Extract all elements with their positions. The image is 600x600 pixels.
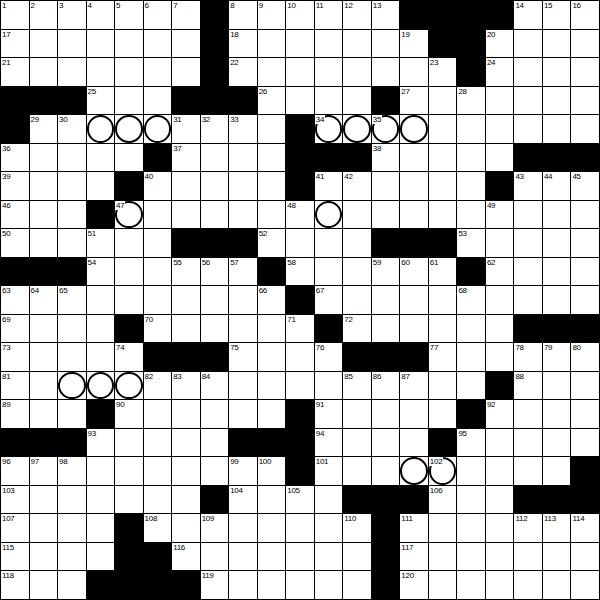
white-cell[interactable] xyxy=(58,543,86,571)
white-cell[interactable] xyxy=(144,258,172,286)
white-cell[interactable]: 102 xyxy=(429,457,457,485)
white-cell[interactable] xyxy=(258,514,286,542)
white-cell[interactable] xyxy=(486,543,514,571)
white-cell[interactable] xyxy=(115,115,143,143)
white-cell[interactable] xyxy=(30,30,58,58)
white-cell[interactable] xyxy=(571,286,599,314)
white-cell[interactable]: 69 xyxy=(1,315,29,343)
white-cell[interactable]: 79 xyxy=(543,343,571,371)
white-cell[interactable] xyxy=(87,543,115,571)
white-cell[interactable] xyxy=(229,571,257,599)
white-cell[interactable] xyxy=(87,286,115,314)
white-cell[interactable]: 61 xyxy=(429,258,457,286)
white-cell[interactable] xyxy=(87,372,115,400)
white-cell[interactable] xyxy=(315,543,343,571)
white-cell[interactable]: 56 xyxy=(201,258,229,286)
white-cell[interactable] xyxy=(543,571,571,599)
white-cell[interactable]: 96 xyxy=(1,457,29,485)
white-cell[interactable] xyxy=(58,201,86,229)
white-cell[interactable]: 112 xyxy=(514,514,542,542)
white-cell[interactable]: 93 xyxy=(87,429,115,457)
white-cell[interactable]: 54 xyxy=(87,258,115,286)
white-cell[interactable]: 48 xyxy=(286,201,314,229)
white-cell[interactable]: 111 xyxy=(400,514,428,542)
white-cell[interactable] xyxy=(115,286,143,314)
white-cell[interactable]: 20 xyxy=(486,30,514,58)
white-cell[interactable] xyxy=(372,286,400,314)
white-cell[interactable] xyxy=(58,172,86,200)
white-cell[interactable] xyxy=(343,58,371,86)
white-cell[interactable] xyxy=(400,315,428,343)
white-cell[interactable]: 84 xyxy=(201,372,229,400)
white-cell[interactable] xyxy=(400,115,428,143)
white-cell[interactable] xyxy=(457,343,485,371)
white-cell[interactable] xyxy=(201,543,229,571)
white-cell[interactable]: 90 xyxy=(115,400,143,428)
white-cell[interactable] xyxy=(30,400,58,428)
white-cell[interactable] xyxy=(429,315,457,343)
white-cell[interactable] xyxy=(172,201,200,229)
white-cell[interactable]: 72 xyxy=(343,315,371,343)
white-cell[interactable] xyxy=(87,58,115,86)
white-cell[interactable]: 5 xyxy=(115,1,143,29)
white-cell[interactable]: 30 xyxy=(58,115,86,143)
white-cell[interactable] xyxy=(457,571,485,599)
white-cell[interactable]: 109 xyxy=(201,514,229,542)
white-cell[interactable]: 75 xyxy=(229,343,257,371)
white-cell[interactable] xyxy=(543,543,571,571)
white-cell[interactable]: 4 xyxy=(87,1,115,29)
white-cell[interactable] xyxy=(172,514,200,542)
white-cell[interactable]: 1 xyxy=(1,1,29,29)
white-cell[interactable] xyxy=(571,229,599,257)
white-cell[interactable] xyxy=(343,201,371,229)
white-cell[interactable] xyxy=(343,571,371,599)
white-cell[interactable] xyxy=(115,229,143,257)
white-cell[interactable] xyxy=(172,429,200,457)
white-cell[interactable] xyxy=(429,543,457,571)
white-cell[interactable] xyxy=(172,286,200,314)
white-cell[interactable] xyxy=(429,87,457,115)
white-cell[interactable] xyxy=(229,172,257,200)
white-cell[interactable] xyxy=(144,486,172,514)
white-cell[interactable]: 50 xyxy=(1,229,29,257)
white-cell[interactable] xyxy=(343,457,371,485)
white-cell[interactable]: 116 xyxy=(172,543,200,571)
white-cell[interactable]: 12 xyxy=(343,1,371,29)
white-cell[interactable] xyxy=(58,229,86,257)
white-cell[interactable] xyxy=(87,343,115,371)
white-cell[interactable] xyxy=(372,201,400,229)
white-cell[interactable] xyxy=(486,429,514,457)
white-cell[interactable]: 53 xyxy=(457,229,485,257)
white-cell[interactable] xyxy=(514,87,542,115)
white-cell[interactable] xyxy=(144,229,172,257)
white-cell[interactable] xyxy=(457,372,485,400)
white-cell[interactable] xyxy=(229,201,257,229)
white-cell[interactable] xyxy=(315,372,343,400)
white-cell[interactable]: 19 xyxy=(400,30,428,58)
white-cell[interactable] xyxy=(258,543,286,571)
white-cell[interactable]: 86 xyxy=(372,372,400,400)
white-cell[interactable]: 29 xyxy=(30,115,58,143)
white-cell[interactable]: 57 xyxy=(229,258,257,286)
white-cell[interactable] xyxy=(400,429,428,457)
white-cell[interactable]: 44 xyxy=(543,172,571,200)
white-cell[interactable] xyxy=(457,514,485,542)
white-cell[interactable]: 13 xyxy=(372,1,400,29)
white-cell[interactable] xyxy=(457,543,485,571)
white-cell[interactable] xyxy=(486,315,514,343)
white-cell[interactable] xyxy=(144,429,172,457)
white-cell[interactable] xyxy=(115,144,143,172)
white-cell[interactable] xyxy=(30,343,58,371)
white-cell[interactable]: 24 xyxy=(486,58,514,86)
white-cell[interactable] xyxy=(30,315,58,343)
white-cell[interactable]: 11 xyxy=(315,1,343,29)
white-cell[interactable] xyxy=(87,457,115,485)
white-cell[interactable]: 97 xyxy=(30,457,58,485)
white-cell[interactable] xyxy=(286,87,314,115)
white-cell[interactable] xyxy=(58,343,86,371)
white-cell[interactable] xyxy=(229,315,257,343)
white-cell[interactable]: 8 xyxy=(229,1,257,29)
white-cell[interactable] xyxy=(58,400,86,428)
white-cell[interactable] xyxy=(172,30,200,58)
white-cell[interactable]: 36 xyxy=(1,144,29,172)
white-cell[interactable] xyxy=(201,400,229,428)
white-cell[interactable] xyxy=(87,30,115,58)
white-cell[interactable] xyxy=(429,571,457,599)
white-cell[interactable] xyxy=(144,58,172,86)
white-cell[interactable]: 49 xyxy=(486,201,514,229)
white-cell[interactable]: 37 xyxy=(172,144,200,172)
white-cell[interactable]: 118 xyxy=(1,571,29,599)
white-cell[interactable] xyxy=(400,400,428,428)
white-cell[interactable] xyxy=(571,115,599,143)
white-cell[interactable] xyxy=(115,87,143,115)
white-cell[interactable] xyxy=(30,201,58,229)
white-cell[interactable] xyxy=(571,87,599,115)
white-cell[interactable] xyxy=(514,571,542,599)
white-cell[interactable] xyxy=(315,201,343,229)
white-cell[interactable]: 83 xyxy=(172,372,200,400)
white-cell[interactable] xyxy=(514,229,542,257)
white-cell[interactable]: 105 xyxy=(286,486,314,514)
white-cell[interactable]: 43 xyxy=(514,172,542,200)
white-cell[interactable] xyxy=(286,30,314,58)
white-cell[interactable] xyxy=(172,400,200,428)
white-cell[interactable] xyxy=(543,229,571,257)
white-cell[interactable]: 25 xyxy=(87,87,115,115)
white-cell[interactable] xyxy=(400,201,428,229)
white-cell[interactable] xyxy=(543,58,571,86)
white-cell[interactable] xyxy=(486,343,514,371)
white-cell[interactable] xyxy=(343,87,371,115)
white-cell[interactable]: 62 xyxy=(486,258,514,286)
white-cell[interactable]: 42 xyxy=(343,172,371,200)
white-cell[interactable]: 10 xyxy=(286,1,314,29)
white-cell[interactable]: 45 xyxy=(571,172,599,200)
white-cell[interactable] xyxy=(201,286,229,314)
white-cell[interactable] xyxy=(571,30,599,58)
white-cell[interactable]: 94 xyxy=(315,429,343,457)
white-cell[interactable]: 26 xyxy=(258,87,286,115)
white-cell[interactable] xyxy=(144,115,172,143)
white-cell[interactable] xyxy=(457,172,485,200)
white-cell[interactable]: 114 xyxy=(571,514,599,542)
white-cell[interactable]: 66 xyxy=(258,286,286,314)
white-cell[interactable] xyxy=(486,571,514,599)
white-cell[interactable] xyxy=(87,144,115,172)
white-cell[interactable]: 2 xyxy=(30,1,58,29)
white-cell[interactable] xyxy=(258,115,286,143)
white-cell[interactable] xyxy=(571,571,599,599)
white-cell[interactable] xyxy=(429,514,457,542)
white-cell[interactable] xyxy=(315,514,343,542)
white-cell[interactable] xyxy=(343,258,371,286)
white-cell[interactable]: 108 xyxy=(144,514,172,542)
white-cell[interactable]: 14 xyxy=(514,1,542,29)
white-cell[interactable] xyxy=(514,58,542,86)
white-cell[interactable]: 89 xyxy=(1,400,29,428)
white-cell[interactable] xyxy=(400,457,428,485)
white-cell[interactable] xyxy=(400,58,428,86)
white-cell[interactable] xyxy=(87,514,115,542)
white-cell[interactable]: 38 xyxy=(372,144,400,172)
white-cell[interactable] xyxy=(258,144,286,172)
white-cell[interactable]: 59 xyxy=(372,258,400,286)
white-cell[interactable] xyxy=(457,144,485,172)
white-cell[interactable] xyxy=(343,286,371,314)
white-cell[interactable] xyxy=(543,30,571,58)
white-cell[interactable]: 106 xyxy=(429,486,457,514)
white-cell[interactable] xyxy=(315,229,343,257)
white-cell[interactable]: 70 xyxy=(144,315,172,343)
white-cell[interactable] xyxy=(172,457,200,485)
white-cell[interactable] xyxy=(372,400,400,428)
white-cell[interactable] xyxy=(30,571,58,599)
white-cell[interactable] xyxy=(457,457,485,485)
white-cell[interactable] xyxy=(258,172,286,200)
white-cell[interactable] xyxy=(258,372,286,400)
white-cell[interactable] xyxy=(543,372,571,400)
white-cell[interactable] xyxy=(286,514,314,542)
white-cell[interactable] xyxy=(514,457,542,485)
white-cell[interactable] xyxy=(571,58,599,86)
white-cell[interactable]: 107 xyxy=(1,514,29,542)
white-cell[interactable]: 81 xyxy=(1,372,29,400)
white-cell[interactable] xyxy=(514,258,542,286)
white-cell[interactable] xyxy=(486,115,514,143)
white-cell[interactable] xyxy=(201,457,229,485)
white-cell[interactable] xyxy=(172,486,200,514)
white-cell[interactable] xyxy=(315,486,343,514)
white-cell[interactable] xyxy=(144,400,172,428)
white-cell[interactable] xyxy=(429,172,457,200)
white-cell[interactable] xyxy=(30,58,58,86)
white-cell[interactable] xyxy=(343,30,371,58)
white-cell[interactable]: 31 xyxy=(172,115,200,143)
white-cell[interactable] xyxy=(258,201,286,229)
white-cell[interactable] xyxy=(543,115,571,143)
white-cell[interactable] xyxy=(258,315,286,343)
white-cell[interactable]: 117 xyxy=(400,543,428,571)
white-cell[interactable] xyxy=(201,429,229,457)
white-cell[interactable]: 18 xyxy=(229,30,257,58)
white-cell[interactable]: 27 xyxy=(400,87,428,115)
white-cell[interactable] xyxy=(372,429,400,457)
white-cell[interactable] xyxy=(429,400,457,428)
white-cell[interactable] xyxy=(115,457,143,485)
white-cell[interactable]: 64 xyxy=(30,286,58,314)
white-cell[interactable] xyxy=(258,571,286,599)
white-cell[interactable] xyxy=(172,315,200,343)
white-cell[interactable] xyxy=(144,286,172,314)
white-cell[interactable]: 77 xyxy=(429,343,457,371)
white-cell[interactable] xyxy=(258,343,286,371)
white-cell[interactable]: 71 xyxy=(286,315,314,343)
white-cell[interactable]: 52 xyxy=(258,229,286,257)
white-cell[interactable]: 115 xyxy=(1,543,29,571)
white-cell[interactable] xyxy=(372,457,400,485)
white-cell[interactable] xyxy=(229,286,257,314)
white-cell[interactable]: 73 xyxy=(1,343,29,371)
white-cell[interactable] xyxy=(514,115,542,143)
white-cell[interactable]: 28 xyxy=(457,87,485,115)
white-cell[interactable] xyxy=(201,315,229,343)
white-cell[interactable]: 33 xyxy=(229,115,257,143)
white-cell[interactable] xyxy=(457,115,485,143)
white-cell[interactable]: 51 xyxy=(87,229,115,257)
white-cell[interactable] xyxy=(229,514,257,542)
white-cell[interactable]: 82 xyxy=(144,372,172,400)
white-cell[interactable]: 78 xyxy=(514,343,542,371)
white-cell[interactable] xyxy=(457,201,485,229)
white-cell[interactable]: 6 xyxy=(144,1,172,29)
white-cell[interactable] xyxy=(543,201,571,229)
white-cell[interactable]: 3 xyxy=(58,1,86,29)
white-cell[interactable]: 95 xyxy=(457,429,485,457)
white-cell[interactable] xyxy=(429,144,457,172)
white-cell[interactable] xyxy=(571,201,599,229)
white-cell[interactable] xyxy=(315,30,343,58)
white-cell[interactable] xyxy=(30,229,58,257)
white-cell[interactable] xyxy=(372,30,400,58)
white-cell[interactable] xyxy=(514,429,542,457)
white-cell[interactable] xyxy=(457,486,485,514)
white-cell[interactable] xyxy=(400,286,428,314)
white-cell[interactable] xyxy=(286,372,314,400)
white-cell[interactable] xyxy=(87,315,115,343)
white-cell[interactable] xyxy=(286,58,314,86)
white-cell[interactable] xyxy=(115,258,143,286)
white-cell[interactable] xyxy=(115,372,143,400)
white-cell[interactable] xyxy=(144,457,172,485)
white-cell[interactable] xyxy=(343,229,371,257)
white-cell[interactable] xyxy=(258,400,286,428)
white-cell[interactable] xyxy=(372,172,400,200)
white-cell[interactable] xyxy=(229,400,257,428)
white-cell[interactable] xyxy=(30,172,58,200)
white-cell[interactable] xyxy=(543,457,571,485)
white-cell[interactable]: 104 xyxy=(229,486,257,514)
white-cell[interactable]: 55 xyxy=(172,258,200,286)
white-cell[interactable]: 101 xyxy=(315,457,343,485)
white-cell[interactable] xyxy=(315,58,343,86)
white-cell[interactable] xyxy=(229,543,257,571)
white-cell[interactable] xyxy=(30,514,58,542)
white-cell[interactable] xyxy=(343,400,371,428)
white-cell[interactable] xyxy=(229,144,257,172)
white-cell[interactable] xyxy=(58,315,86,343)
white-cell[interactable] xyxy=(201,201,229,229)
white-cell[interactable] xyxy=(315,87,343,115)
white-cell[interactable] xyxy=(514,400,542,428)
white-cell[interactable] xyxy=(486,457,514,485)
white-cell[interactable]: 119 xyxy=(201,571,229,599)
white-cell[interactable]: 9 xyxy=(258,1,286,29)
white-cell[interactable]: 87 xyxy=(400,372,428,400)
white-cell[interactable]: 39 xyxy=(1,172,29,200)
white-cell[interactable] xyxy=(486,144,514,172)
white-cell[interactable] xyxy=(571,258,599,286)
white-cell[interactable] xyxy=(115,30,143,58)
white-cell[interactable] xyxy=(543,400,571,428)
white-cell[interactable] xyxy=(543,258,571,286)
white-cell[interactable]: 113 xyxy=(543,514,571,542)
white-cell[interactable] xyxy=(486,514,514,542)
white-cell[interactable] xyxy=(514,286,542,314)
white-cell[interactable] xyxy=(144,201,172,229)
white-cell[interactable]: 22 xyxy=(229,58,257,86)
white-cell[interactable] xyxy=(514,30,542,58)
white-cell[interactable] xyxy=(286,343,314,371)
white-cell[interactable] xyxy=(543,87,571,115)
white-cell[interactable] xyxy=(429,286,457,314)
white-cell[interactable] xyxy=(30,543,58,571)
white-cell[interactable] xyxy=(58,571,86,599)
white-cell[interactable] xyxy=(372,58,400,86)
white-cell[interactable] xyxy=(315,571,343,599)
white-cell[interactable] xyxy=(286,229,314,257)
white-cell[interactable] xyxy=(58,486,86,514)
white-cell[interactable]: 58 xyxy=(286,258,314,286)
white-cell[interactable]: 65 xyxy=(58,286,86,314)
white-cell[interactable] xyxy=(400,172,428,200)
white-cell[interactable]: 17 xyxy=(1,30,29,58)
white-cell[interactable] xyxy=(571,429,599,457)
white-cell[interactable]: 46 xyxy=(1,201,29,229)
white-cell[interactable] xyxy=(486,87,514,115)
white-cell[interactable] xyxy=(258,58,286,86)
white-cell[interactable] xyxy=(429,115,457,143)
white-cell[interactable] xyxy=(343,429,371,457)
white-cell[interactable] xyxy=(315,258,343,286)
white-cell[interactable]: 80 xyxy=(571,343,599,371)
white-cell[interactable] xyxy=(58,58,86,86)
white-cell[interactable] xyxy=(87,172,115,200)
white-cell[interactable]: 68 xyxy=(457,286,485,314)
white-cell[interactable] xyxy=(286,571,314,599)
white-cell[interactable]: 60 xyxy=(400,258,428,286)
white-cell[interactable]: 67 xyxy=(315,286,343,314)
white-cell[interactable]: 88 xyxy=(514,372,542,400)
white-cell[interactable] xyxy=(429,372,457,400)
white-cell[interactable]: 15 xyxy=(543,1,571,29)
white-cell[interactable] xyxy=(58,514,86,542)
white-cell[interactable] xyxy=(30,486,58,514)
